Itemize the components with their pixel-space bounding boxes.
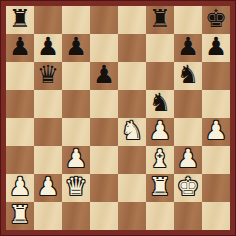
square-c8[interactable] bbox=[62, 6, 90, 34]
board-frame: ♜♜♚♟♟♟♟♟♛♟♞♞♞♟♟♟♝♟♟♟♛♜♚♜ bbox=[0, 0, 236, 236]
square-c2[interactable]: ♛ bbox=[62, 174, 90, 202]
square-h3[interactable] bbox=[202, 146, 230, 174]
piece-black-queen[interactable]: ♛ bbox=[37, 61, 59, 89]
square-e7[interactable] bbox=[118, 34, 146, 62]
piece-black-pawn[interactable]: ♟ bbox=[9, 33, 31, 61]
square-g5[interactable] bbox=[174, 90, 202, 118]
piece-black-rook[interactable]: ♜ bbox=[149, 5, 171, 33]
square-a6[interactable] bbox=[6, 62, 34, 90]
square-b6[interactable]: ♛ bbox=[34, 62, 62, 90]
square-d3[interactable] bbox=[90, 146, 118, 174]
square-b1[interactable] bbox=[34, 202, 62, 230]
piece-white-king[interactable]: ♚ bbox=[177, 173, 199, 201]
square-a1[interactable]: ♜ bbox=[6, 202, 34, 230]
square-e8[interactable] bbox=[118, 6, 146, 34]
piece-black-pawn[interactable]: ♟ bbox=[205, 33, 227, 61]
square-a7[interactable]: ♟ bbox=[6, 34, 34, 62]
square-d8[interactable] bbox=[90, 6, 118, 34]
piece-black-knight[interactable]: ♞ bbox=[149, 89, 171, 117]
piece-white-pawn[interactable]: ♟ bbox=[205, 117, 227, 145]
square-e4[interactable]: ♞ bbox=[118, 118, 146, 146]
square-d5[interactable] bbox=[90, 90, 118, 118]
piece-black-knight[interactable]: ♞ bbox=[177, 61, 199, 89]
square-f6[interactable] bbox=[146, 62, 174, 90]
square-b4[interactable] bbox=[34, 118, 62, 146]
piece-black-king[interactable]: ♚ bbox=[205, 5, 227, 33]
square-g7[interactable]: ♟ bbox=[174, 34, 202, 62]
square-e3[interactable] bbox=[118, 146, 146, 174]
square-c1[interactable] bbox=[62, 202, 90, 230]
square-h6[interactable] bbox=[202, 62, 230, 90]
square-c4[interactable] bbox=[62, 118, 90, 146]
square-g2[interactable]: ♚ bbox=[174, 174, 202, 202]
square-f8[interactable]: ♜ bbox=[146, 6, 174, 34]
square-a4[interactable] bbox=[6, 118, 34, 146]
piece-black-pawn[interactable]: ♟ bbox=[65, 33, 87, 61]
piece-white-pawn[interactable]: ♟ bbox=[177, 145, 199, 173]
piece-white-pawn[interactable]: ♟ bbox=[37, 173, 59, 201]
piece-white-pawn[interactable]: ♟ bbox=[65, 145, 87, 173]
square-g3[interactable]: ♟ bbox=[174, 146, 202, 174]
square-g8[interactable] bbox=[174, 6, 202, 34]
square-e2[interactable] bbox=[118, 174, 146, 202]
square-b5[interactable] bbox=[34, 90, 62, 118]
square-h8[interactable]: ♚ bbox=[202, 6, 230, 34]
piece-white-pawn[interactable]: ♟ bbox=[149, 117, 171, 145]
square-e5[interactable] bbox=[118, 90, 146, 118]
piece-white-knight[interactable]: ♞ bbox=[121, 117, 143, 145]
square-f1[interactable] bbox=[146, 202, 174, 230]
square-d1[interactable] bbox=[90, 202, 118, 230]
square-h4[interactable]: ♟ bbox=[202, 118, 230, 146]
square-e6[interactable] bbox=[118, 62, 146, 90]
square-d2[interactable] bbox=[90, 174, 118, 202]
square-g6[interactable]: ♞ bbox=[174, 62, 202, 90]
piece-white-bishop[interactable]: ♝ bbox=[149, 145, 171, 173]
piece-white-queen[interactable]: ♛ bbox=[65, 173, 87, 201]
piece-white-rook[interactable]: ♜ bbox=[149, 173, 171, 201]
piece-white-rook[interactable]: ♜ bbox=[9, 201, 31, 229]
square-e1[interactable] bbox=[118, 202, 146, 230]
piece-black-rook[interactable]: ♜ bbox=[9, 5, 31, 33]
square-a2[interactable]: ♟ bbox=[6, 174, 34, 202]
chess-board: ♜♜♚♟♟♟♟♟♛♟♞♞♞♟♟♟♝♟♟♟♛♜♚♜ bbox=[6, 6, 230, 230]
square-b8[interactable] bbox=[34, 6, 62, 34]
square-f7[interactable] bbox=[146, 34, 174, 62]
square-h5[interactable] bbox=[202, 90, 230, 118]
square-h1[interactable] bbox=[202, 202, 230, 230]
square-a8[interactable]: ♜ bbox=[6, 6, 34, 34]
square-d7[interactable] bbox=[90, 34, 118, 62]
square-f2[interactable]: ♜ bbox=[146, 174, 174, 202]
piece-black-pawn[interactable]: ♟ bbox=[93, 61, 115, 89]
square-f3[interactable]: ♝ bbox=[146, 146, 174, 174]
square-b3[interactable] bbox=[34, 146, 62, 174]
piece-black-pawn[interactable]: ♟ bbox=[177, 33, 199, 61]
square-g1[interactable] bbox=[174, 202, 202, 230]
square-c6[interactable] bbox=[62, 62, 90, 90]
square-g4[interactable] bbox=[174, 118, 202, 146]
square-b7[interactable]: ♟ bbox=[34, 34, 62, 62]
square-b2[interactable]: ♟ bbox=[34, 174, 62, 202]
piece-white-pawn[interactable]: ♟ bbox=[9, 173, 31, 201]
square-a3[interactable] bbox=[6, 146, 34, 174]
square-d4[interactable] bbox=[90, 118, 118, 146]
piece-black-pawn[interactable]: ♟ bbox=[37, 33, 59, 61]
square-d6[interactable]: ♟ bbox=[90, 62, 118, 90]
square-c3[interactable]: ♟ bbox=[62, 146, 90, 174]
square-f4[interactable]: ♟ bbox=[146, 118, 174, 146]
square-c5[interactable] bbox=[62, 90, 90, 118]
square-c7[interactable]: ♟ bbox=[62, 34, 90, 62]
square-h7[interactable]: ♟ bbox=[202, 34, 230, 62]
square-h2[interactable] bbox=[202, 174, 230, 202]
square-a5[interactable] bbox=[6, 90, 34, 118]
square-f5[interactable]: ♞ bbox=[146, 90, 174, 118]
